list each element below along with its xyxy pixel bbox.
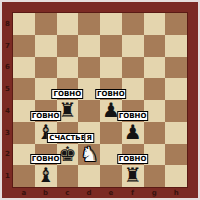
black-rook-f1[interactable]: ♜ xyxy=(124,165,142,187)
file-label-c: c xyxy=(57,187,79,198)
file-label-h: h xyxy=(165,187,187,198)
square-a1[interactable] xyxy=(13,165,35,187)
square-b1[interactable]: ♝ xyxy=(35,165,57,187)
square-e1[interactable] xyxy=(100,165,122,187)
square-b8[interactable] xyxy=(35,13,57,35)
square-f1[interactable]: ♜ xyxy=(122,165,144,187)
board-frame: ГОВНОГОВНОГОВНОГОВНОСЧАСТЬЕЯГОВНОГОВНО ♜… xyxy=(2,2,198,198)
square-a6[interactable] xyxy=(13,57,35,79)
rank-label-3: 3 xyxy=(2,122,13,144)
square-f6[interactable] xyxy=(122,57,144,79)
square-a4[interactable] xyxy=(13,100,35,122)
square-e8[interactable] xyxy=(100,13,122,35)
file-label-b: b xyxy=(35,187,57,198)
black-pawn-f3[interactable]: ♟ xyxy=(124,122,142,144)
rank-label-2: 2 xyxy=(2,144,13,166)
square-f8[interactable] xyxy=(122,13,144,35)
square-d8[interactable] xyxy=(78,13,100,35)
square-d7[interactable] xyxy=(78,35,100,57)
black-king-c2[interactable]: ♚ xyxy=(58,144,76,166)
rank-label-4: 4 xyxy=(2,100,13,122)
square-g6[interactable] xyxy=(144,57,166,79)
square-d5[interactable] xyxy=(78,78,100,100)
square-h8[interactable] xyxy=(165,13,187,35)
square-f3[interactable]: ♟ xyxy=(122,122,144,144)
square-g3[interactable] xyxy=(144,122,166,144)
file-label-a: a xyxy=(13,187,35,198)
square-b3[interactable]: ♝ xyxy=(35,122,57,144)
white-knight-d2[interactable]: ♞ xyxy=(80,144,98,166)
square-d2[interactable]: ♞ xyxy=(78,144,100,166)
square-h3[interactable] xyxy=(165,122,187,144)
square-c6[interactable] xyxy=(57,57,79,79)
black-bishop-b1[interactable]: ♝ xyxy=(37,165,55,187)
square-b5[interactable] xyxy=(35,78,57,100)
square-e7[interactable] xyxy=(100,35,122,57)
square-c3[interactable] xyxy=(57,122,79,144)
square-a8[interactable] xyxy=(13,13,35,35)
square-c7[interactable] xyxy=(57,35,79,57)
rank-label-7: 7 xyxy=(2,35,13,57)
square-a3[interactable] xyxy=(13,122,35,144)
chess-board: ГОВНОГОВНОГОВНОГОВНОСЧАСТЬЕЯГОВНОГОВНО ♜… xyxy=(13,13,187,187)
rank-label-8: 8 xyxy=(2,13,13,35)
square-g4[interactable] xyxy=(144,100,166,122)
square-e4[interactable]: ♟ xyxy=(100,100,122,122)
black-pawn-e4[interactable]: ♟ xyxy=(102,100,120,122)
square-d4[interactable] xyxy=(78,100,100,122)
square-a2[interactable] xyxy=(13,144,35,166)
file-label-f: f xyxy=(122,187,144,198)
square-e6[interactable] xyxy=(100,57,122,79)
square-e2[interactable] xyxy=(100,144,122,166)
square-h7[interactable] xyxy=(165,35,187,57)
rank-label-5: 5 xyxy=(2,78,13,100)
square-d6[interactable] xyxy=(78,57,100,79)
file-label-e: e xyxy=(100,187,122,198)
square-g7[interactable] xyxy=(144,35,166,57)
rank-label-1: 1 xyxy=(2,165,13,187)
black-bishop-b3[interactable]: ♝ xyxy=(37,122,55,144)
square-b6[interactable] xyxy=(35,57,57,79)
square-c8[interactable] xyxy=(57,13,79,35)
square-f5[interactable] xyxy=(122,78,144,100)
square-f4[interactable] xyxy=(122,100,144,122)
square-c1[interactable] xyxy=(57,165,79,187)
square-g1[interactable] xyxy=(144,165,166,187)
square-a5[interactable] xyxy=(13,78,35,100)
square-b2[interactable] xyxy=(35,144,57,166)
square-b7[interactable] xyxy=(35,35,57,57)
square-f2[interactable] xyxy=(122,144,144,166)
square-e3[interactable] xyxy=(100,122,122,144)
square-d3[interactable] xyxy=(78,122,100,144)
rank-label-6: 6 xyxy=(2,57,13,79)
square-d1[interactable] xyxy=(78,165,100,187)
square-g8[interactable] xyxy=(144,13,166,35)
square-e5[interactable] xyxy=(100,78,122,100)
square-c2[interactable]: ♚ xyxy=(57,144,79,166)
square-f7[interactable] xyxy=(122,35,144,57)
square-b4[interactable] xyxy=(35,100,57,122)
chess-diagram: ГОВНОГОВНОГОВНОГОВНОСЧАСТЬЕЯГОВНОГОВНО ♜… xyxy=(0,0,200,200)
square-h5[interactable] xyxy=(165,78,187,100)
square-g5[interactable] xyxy=(144,78,166,100)
square-h6[interactable] xyxy=(165,57,187,79)
square-g2[interactable] xyxy=(144,144,166,166)
square-a7[interactable] xyxy=(13,35,35,57)
square-c4[interactable]: ♜ xyxy=(57,100,79,122)
black-rook-c4[interactable]: ♜ xyxy=(58,100,76,122)
square-h4[interactable] xyxy=(165,100,187,122)
file-label-g: g xyxy=(144,187,166,198)
file-label-d: d xyxy=(78,187,100,198)
square-h2[interactable] xyxy=(165,144,187,166)
square-h1[interactable] xyxy=(165,165,187,187)
square-c5[interactable] xyxy=(57,78,79,100)
